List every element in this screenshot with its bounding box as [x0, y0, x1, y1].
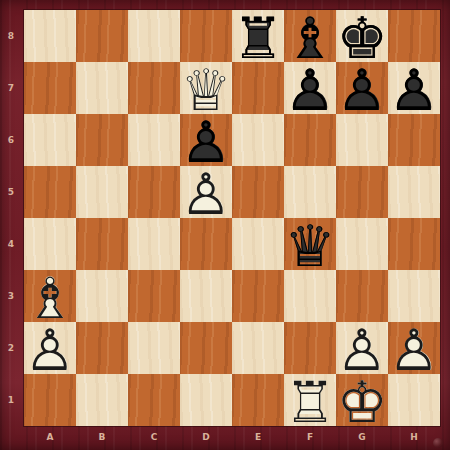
piece-outline-glyph: ♖ [284, 376, 336, 428]
piece-outline-glyph: ♙ [388, 64, 440, 116]
square-d3[interactable] [180, 270, 232, 322]
file-label-g: G [336, 426, 388, 450]
square-a2[interactable]: ♟♙ [24, 322, 76, 374]
square-f4[interactable]: ♛♕ [284, 218, 336, 270]
file-label-f: F [284, 426, 336, 450]
square-d1[interactable] [180, 374, 232, 426]
square-f1[interactable]: ♜♖ [284, 374, 336, 426]
square-g5[interactable] [336, 166, 388, 218]
square-c4[interactable] [128, 218, 180, 270]
rank-label-4: 4 [1, 218, 21, 270]
square-a4[interactable] [24, 218, 76, 270]
square-f2[interactable] [284, 322, 336, 374]
piece-outline-glyph: ♙ [388, 324, 440, 376]
square-b1[interactable] [76, 374, 128, 426]
square-f3[interactable] [284, 270, 336, 322]
rank-label-1: 1 [1, 374, 21, 426]
square-c7[interactable] [128, 62, 180, 114]
rank-label-3: 3 [1, 270, 21, 322]
square-h3[interactable] [388, 270, 440, 322]
piece-outline-glyph: ♙ [284, 64, 336, 116]
square-b3[interactable] [76, 270, 128, 322]
square-c5[interactable] [128, 166, 180, 218]
file-label-b: B [76, 426, 128, 450]
square-b4[interactable] [76, 218, 128, 270]
logo-dot [433, 438, 443, 448]
square-a8[interactable] [24, 10, 76, 62]
square-g4[interactable] [336, 218, 388, 270]
square-e1[interactable] [232, 374, 284, 426]
square-c2[interactable] [128, 322, 180, 374]
square-d4[interactable] [180, 218, 232, 270]
file-label-e: E [232, 426, 284, 450]
file-label-a: A [24, 426, 76, 450]
black-rook-e8[interactable]: ♜♖ [232, 12, 284, 64]
square-e2[interactable] [232, 322, 284, 374]
square-e5[interactable] [232, 166, 284, 218]
square-d5[interactable]: ♟♙ [180, 166, 232, 218]
square-g7[interactable]: ♟♙ [336, 62, 388, 114]
square-c1[interactable] [128, 374, 180, 426]
file-label-d: D [180, 426, 232, 450]
square-c3[interactable] [128, 270, 180, 322]
square-f6[interactable] [284, 114, 336, 166]
white-pawn-d5[interactable]: ♟♙ [180, 168, 232, 220]
square-d8[interactable] [180, 10, 232, 62]
square-f8[interactable]: ♝♗ [284, 10, 336, 62]
black-queen-f4[interactable]: ♛♕ [284, 220, 336, 272]
square-f5[interactable] [284, 166, 336, 218]
square-h4[interactable] [388, 218, 440, 270]
square-h7[interactable]: ♟♙ [388, 62, 440, 114]
rank-label-8: 8 [1, 10, 21, 62]
square-g1[interactable]: ♚♔ [336, 374, 388, 426]
square-h6[interactable] [388, 114, 440, 166]
piece-outline-glyph: ♙ [180, 168, 232, 220]
white-pawn-h2[interactable]: ♟♙ [388, 324, 440, 376]
square-h8[interactable] [388, 10, 440, 62]
rank-label-5: 5 [1, 166, 21, 218]
square-g2[interactable]: ♟♙ [336, 322, 388, 374]
black-pawn-h7[interactable]: ♟♙ [388, 64, 440, 116]
white-king-g1[interactable]: ♚♔ [336, 376, 388, 428]
square-a1[interactable] [24, 374, 76, 426]
square-d2[interactable] [180, 322, 232, 374]
black-pawn-f7[interactable]: ♟♙ [284, 64, 336, 116]
square-e7[interactable] [232, 62, 284, 114]
square-a5[interactable] [24, 166, 76, 218]
square-g3[interactable] [336, 270, 388, 322]
square-g8[interactable]: ♚♔ [336, 10, 388, 62]
piece-outline-glyph: ♖ [232, 12, 284, 64]
piece-outline-glyph: ♙ [336, 64, 388, 116]
file-label-c: C [128, 426, 180, 450]
square-b8[interactable] [76, 10, 128, 62]
square-c6[interactable] [128, 114, 180, 166]
piece-outline-glyph: ♙ [24, 324, 76, 376]
square-a7[interactable] [24, 62, 76, 114]
square-b2[interactable] [76, 322, 128, 374]
white-rook-f1[interactable]: ♜♖ [284, 376, 336, 428]
square-e4[interactable] [232, 218, 284, 270]
square-h2[interactable]: ♟♙ [388, 322, 440, 374]
file-labels: ABCDEFGH [24, 426, 440, 450]
piece-outline-glyph: ♕ [284, 220, 336, 272]
square-a6[interactable] [24, 114, 76, 166]
square-b6[interactable] [76, 114, 128, 166]
black-pawn-g7[interactable]: ♟♙ [336, 64, 388, 116]
square-e8[interactable]: ♜♖ [232, 10, 284, 62]
square-h1[interactable] [388, 374, 440, 426]
square-e3[interactable] [232, 270, 284, 322]
square-d6[interactable]: ♟♙ [180, 114, 232, 166]
rank-label-2: 2 [1, 322, 21, 374]
square-d7[interactable]: ♛♕ [180, 62, 232, 114]
square-c8[interactable] [128, 10, 180, 62]
square-f7[interactable]: ♟♙ [284, 62, 336, 114]
square-e6[interactable] [232, 114, 284, 166]
square-a3[interactable]: ♝♗ [24, 270, 76, 322]
chess-board: ♜♖♝♗♚♔♛♕♟♙♟♙♟♙♟♙♟♙♛♕♝♗♟♙♟♙♟♙♜♖♚♔ [24, 10, 440, 426]
file-label-h: H [388, 426, 440, 450]
rank-labels: 87654321 [1, 10, 21, 426]
rank-label-7: 7 [1, 62, 21, 114]
piece-outline-glyph: ♔ [336, 376, 388, 428]
chess-board-frame: ♜♖♝♗♚♔♛♕♟♙♟♙♟♙♟♙♟♙♛♕♝♗♟♙♟♙♟♙♜♖♚♔ 8765432… [0, 0, 450, 450]
square-b5[interactable] [76, 166, 128, 218]
white-pawn-a2[interactable]: ♟♙ [24, 324, 76, 376]
square-h5[interactable] [388, 166, 440, 218]
square-b7[interactable] [76, 62, 128, 114]
square-g6[interactable] [336, 114, 388, 166]
rank-label-6: 6 [1, 114, 21, 166]
